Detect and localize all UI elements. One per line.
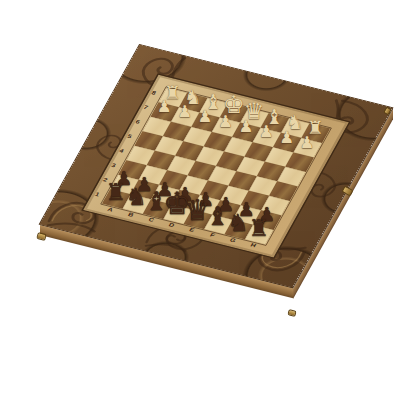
chess-board: ABCDEFGH 12345678 <box>40 45 393 288</box>
piece-white-pawn-c7[interactable]: ♟ <box>198 109 213 125</box>
piece-black-rook-a1[interactable]: ♜ <box>106 181 127 204</box>
piece-black-bishop-f1[interactable]: ♝ <box>207 204 230 229</box>
brass-clasp-left <box>36 232 46 241</box>
piece-white-pawn-g7[interactable]: ♟ <box>279 130 294 146</box>
piece-white-pawn-h7[interactable]: ♟ <box>300 135 315 151</box>
brass-pin-bottom <box>287 309 296 317</box>
piece-white-pawn-f7[interactable]: ♟ <box>259 125 274 141</box>
piece-white-pawn-a7[interactable]: ♟ <box>157 99 172 115</box>
piece-white-pawn-e7[interactable]: ♟ <box>239 120 254 136</box>
piece-black-rook-h1[interactable]: ♜ <box>248 216 269 239</box>
piece-white-pawn-b7[interactable]: ♟ <box>177 104 192 120</box>
scene: ABCDEFGH 12345678 ♜♞♝♚♛♝♞♜♟♟♟♟♟♟♟♟♟♟♟♟♟♟… <box>0 0 400 400</box>
piece-white-pawn-d7[interactable]: ♟ <box>218 115 233 131</box>
piece-black-knight-g1[interactable]: ♞ <box>228 210 250 234</box>
piece-black-knight-b1[interactable]: ♞ <box>126 185 148 209</box>
